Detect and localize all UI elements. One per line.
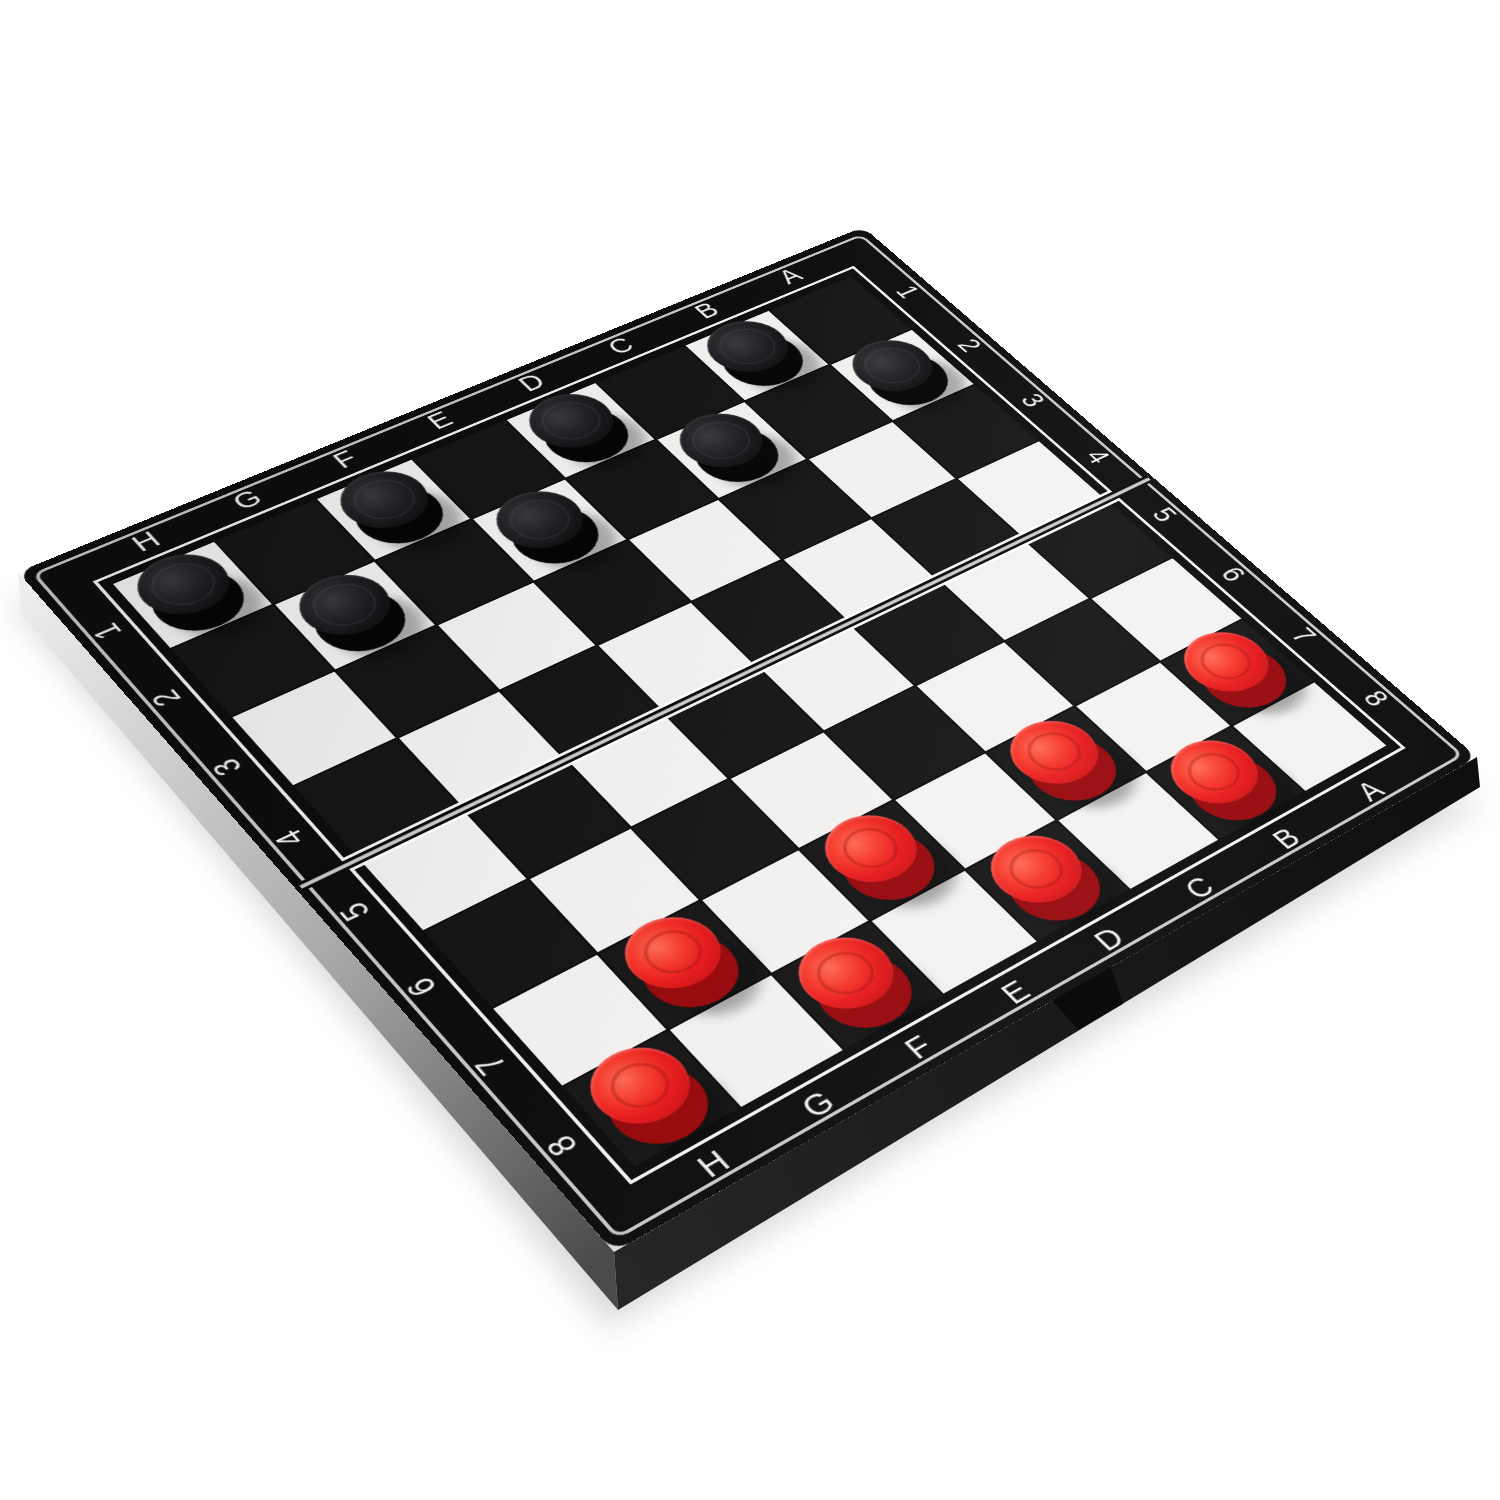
scene: HH11GG22FF33EE44DD55CC66BB77AA88 Folding… xyxy=(0,0,1500,1500)
